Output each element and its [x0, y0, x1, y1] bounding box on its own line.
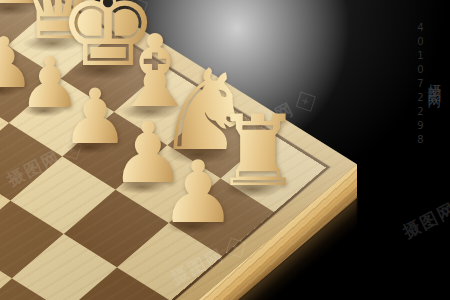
- chess-photo-stage: ♝♛♚♟♟♝♟♞♟♜♟ 摄图网✕摄图网✕摄图网✕摄图网✕摄图网✕ 摄图网 401…: [0, 0, 450, 300]
